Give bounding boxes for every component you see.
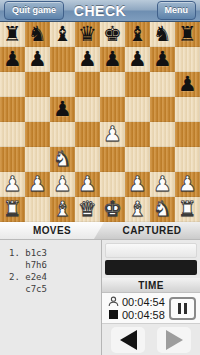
side-panel: TIME 00:04:54 00:04:58	[102, 240, 200, 355]
square-c7[interactable]	[50, 47, 75, 72]
square-d7[interactable]: ♟	[75, 47, 100, 72]
black-rook: ♜	[3, 22, 22, 47]
back-arrow-icon	[120, 330, 137, 350]
square-g8[interactable]: ♞	[150, 22, 175, 47]
square-e3[interactable]	[100, 147, 125, 172]
forward-arrow-icon	[166, 330, 183, 350]
captured-white-tray	[105, 243, 197, 258]
square-b1[interactable]	[25, 197, 50, 222]
chess-board[interactable]: ♜♞♝♛♚♝♞♜♟♟♟♟♟♟♟♟♟♞♟♟♟♟♟♟♟♜♝♛♚♝♞♜	[0, 22, 200, 222]
square-c2[interactable]: ♟	[50, 172, 75, 197]
square-a7[interactable]: ♟	[0, 47, 25, 72]
back-button[interactable]	[111, 327, 145, 353]
square-b7[interactable]: ♟	[25, 47, 50, 72]
black-pawn: ♟	[28, 47, 47, 72]
square-e1[interactable]: ♚	[100, 197, 125, 222]
square-e2[interactable]	[100, 172, 125, 197]
black-clock-row: 00:04:58	[107, 308, 169, 321]
nav-bar: CHECK Quit game Menu	[0, 0, 200, 22]
square-h5[interactable]	[175, 97, 200, 122]
square-g6[interactable]	[150, 72, 175, 97]
square-e8[interactable]: ♚	[100, 22, 125, 47]
square-h6[interactable]: ♟	[175, 72, 200, 97]
black-queen: ♛	[78, 22, 97, 47]
square-c5[interactable]: ♟	[50, 97, 75, 122]
lower-content: 1. b1c3 h7h62. e2e4 c7c5 TIME 00:04:54	[0, 240, 200, 355]
square-b5[interactable]	[25, 97, 50, 122]
chess-app: CHECK Quit game Menu ♜♞♝♛♚♝♞♜♟♟♟♟♟♟♟♟♟♞♟…	[0, 0, 200, 355]
tab-moves[interactable]: MOVES	[0, 222, 104, 239]
white-pawn: ♟	[53, 172, 72, 197]
square-c8[interactable]: ♝	[50, 22, 75, 47]
black-bishop: ♝	[128, 22, 147, 47]
square-h3[interactable]	[175, 147, 200, 172]
white-pawn: ♟	[78, 172, 97, 197]
square-a5[interactable]	[0, 97, 25, 122]
black-pawn: ♟	[3, 47, 22, 72]
square-c4[interactable]	[50, 122, 75, 147]
square-h1[interactable]: ♜	[175, 197, 200, 222]
square-a2[interactable]: ♟	[0, 172, 25, 197]
square-h8[interactable]: ♜	[175, 22, 200, 47]
square-g2[interactable]: ♟	[150, 172, 175, 197]
white-pawn: ♟	[178, 172, 197, 197]
move-line: 2. e2e4	[9, 271, 101, 283]
square-d5[interactable]	[75, 97, 100, 122]
pause-icon	[178, 303, 181, 314]
white-clock-row: 00:04:54	[107, 295, 169, 308]
black-knight: ♞	[28, 22, 47, 47]
square-a6[interactable]	[0, 72, 25, 97]
square-a8[interactable]: ♜	[0, 22, 25, 47]
black-bishop: ♝	[53, 22, 72, 47]
square-e7[interactable]: ♟	[100, 47, 125, 72]
square-f2[interactable]: ♟	[125, 172, 150, 197]
white-clock-time: 00:04:54	[122, 296, 165, 308]
white-bishop: ♝	[128, 197, 147, 222]
white-pawn: ♟	[128, 172, 147, 197]
black-pawn: ♟	[153, 47, 172, 72]
white-knight: ♞	[53, 147, 72, 172]
square-e6[interactable]	[100, 72, 125, 97]
square-b3[interactable]	[25, 147, 50, 172]
square-f3[interactable]	[125, 147, 150, 172]
square-h2[interactable]: ♟	[175, 172, 200, 197]
captured-black-tray	[105, 260, 197, 275]
move-line: 1. b1c3	[9, 247, 101, 259]
player-icon	[107, 296, 119, 307]
black-pawn: ♟	[178, 72, 197, 97]
tab-captured[interactable]: CAPTURED	[104, 222, 200, 239]
quit-game-button[interactable]: Quit game	[4, 1, 64, 20]
forward-button[interactable]	[157, 327, 191, 353]
square-g3[interactable]	[150, 147, 175, 172]
square-c3[interactable]: ♞	[50, 147, 75, 172]
white-rook: ♜	[178, 197, 197, 222]
time-header: TIME	[102, 278, 200, 293]
square-b2[interactable]: ♟	[25, 172, 50, 197]
square-b8[interactable]: ♞	[25, 22, 50, 47]
square-f7[interactable]: ♟	[125, 47, 150, 72]
white-pawn: ♟	[3, 172, 22, 197]
white-queen: ♛	[78, 197, 97, 222]
square-a3[interactable]	[0, 147, 25, 172]
square-g1[interactable]: ♞	[150, 197, 175, 222]
move-nav-row	[105, 324, 197, 355]
square-d4[interactable]	[75, 122, 100, 147]
move-line: h7h6	[9, 259, 101, 271]
square-f8[interactable]: ♝	[125, 22, 150, 47]
square-d1[interactable]: ♛	[75, 197, 100, 222]
black-pawn: ♟	[53, 97, 72, 122]
black-knight: ♞	[153, 22, 172, 47]
square-c1[interactable]: ♝	[50, 197, 75, 222]
square-d2[interactable]: ♟	[75, 172, 100, 197]
square-h4[interactable]	[175, 122, 200, 147]
square-f5[interactable]	[125, 97, 150, 122]
menu-button[interactable]: Menu	[157, 1, 197, 20]
square-a4[interactable]	[0, 122, 25, 147]
white-pawn: ♟	[28, 172, 47, 197]
square-e5[interactable]	[100, 97, 125, 122]
white-king: ♚	[103, 197, 122, 222]
black-rook: ♜	[178, 22, 197, 47]
clock-box: 00:04:54 00:04:58	[102, 293, 200, 324]
white-pawn: ♟	[103, 122, 122, 147]
square-g5[interactable]	[150, 97, 175, 122]
black-pawn: ♟	[128, 47, 147, 72]
pause-button[interactable]	[169, 297, 196, 320]
square-f6[interactable]	[125, 72, 150, 97]
square-g7[interactable]: ♟	[150, 47, 175, 72]
black-pawn: ♟	[78, 47, 97, 72]
black-square-icon	[107, 310, 119, 319]
square-h7[interactable]	[175, 47, 200, 72]
white-knight: ♞	[153, 197, 172, 222]
square-d3[interactable]	[75, 147, 100, 172]
white-pawn: ♟	[153, 172, 172, 197]
move-line: c7c5	[9, 283, 101, 295]
square-g4[interactable]	[150, 122, 175, 147]
black-pawn: ♟	[103, 47, 122, 72]
square-b4[interactable]	[25, 122, 50, 147]
moves-list: 1. b1c3 h7h62. e2e4 c7c5	[0, 240, 102, 355]
square-d8[interactable]: ♛	[75, 22, 100, 47]
square-e4[interactable]: ♟	[100, 122, 125, 147]
square-c6[interactable]	[50, 72, 75, 97]
square-f1[interactable]: ♝	[125, 197, 150, 222]
white-rook: ♜	[3, 197, 22, 222]
square-a1[interactable]: ♜	[0, 197, 25, 222]
square-b6[interactable]	[25, 72, 50, 97]
white-bishop: ♝	[53, 197, 72, 222]
black-clock-time: 00:04:58	[122, 309, 165, 321]
tab-band: MOVES CAPTURED	[0, 222, 200, 240]
black-king: ♚	[103, 22, 122, 47]
square-d6[interactable]	[75, 72, 100, 97]
square-f4[interactable]	[125, 122, 150, 147]
